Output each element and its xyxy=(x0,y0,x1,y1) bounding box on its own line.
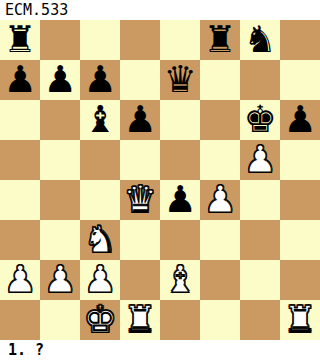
square-h3[interactable] xyxy=(280,220,320,260)
square-c1[interactable]: ♚ xyxy=(80,300,120,340)
piece-white-rook: ♜ xyxy=(123,301,156,338)
move-prompt: 1. ? xyxy=(0,340,320,360)
square-c3[interactable]: ♞ xyxy=(80,220,120,260)
square-e8[interactable] xyxy=(160,20,200,60)
chess-app-window: ECM.533 ♜♜♞♟♟♟♛♝♟♚♟♟♛♟♟♞♟♟♟♝♚♜♜ 1. ? xyxy=(0,0,320,360)
piece-white-rook: ♜ xyxy=(283,301,316,338)
square-d3[interactable] xyxy=(120,220,160,260)
square-b3[interactable] xyxy=(40,220,80,260)
square-c5[interactable] xyxy=(80,140,120,180)
square-d4[interactable]: ♛ xyxy=(120,180,160,220)
square-b7[interactable]: ♟ xyxy=(40,60,80,100)
piece-black-king: ♚ xyxy=(243,101,276,138)
square-h1[interactable]: ♜ xyxy=(280,300,320,340)
square-f2[interactable] xyxy=(200,260,240,300)
piece-black-pawn: ♟ xyxy=(43,61,76,98)
square-e2[interactable]: ♝ xyxy=(160,260,200,300)
piece-black-pawn: ♟ xyxy=(283,101,316,138)
piece-black-rook: ♜ xyxy=(3,21,36,58)
square-d8[interactable] xyxy=(120,20,160,60)
square-e7[interactable]: ♛ xyxy=(160,60,200,100)
square-c2[interactable]: ♟ xyxy=(80,260,120,300)
square-h5[interactable] xyxy=(280,140,320,180)
square-h7[interactable] xyxy=(280,60,320,100)
square-g3[interactable] xyxy=(240,220,280,260)
piece-black-pawn: ♟ xyxy=(3,61,36,98)
square-h4[interactable] xyxy=(280,180,320,220)
square-g4[interactable] xyxy=(240,180,280,220)
square-a3[interactable] xyxy=(0,220,40,260)
square-a6[interactable] xyxy=(0,100,40,140)
square-c8[interactable] xyxy=(80,20,120,60)
square-c6[interactable]: ♝ xyxy=(80,100,120,140)
square-b2[interactable]: ♟ xyxy=(40,260,80,300)
square-c7[interactable]: ♟ xyxy=(80,60,120,100)
square-f4[interactable]: ♟ xyxy=(200,180,240,220)
piece-black-rook: ♜ xyxy=(203,21,236,58)
square-a4[interactable] xyxy=(0,180,40,220)
square-b4[interactable] xyxy=(40,180,80,220)
square-f7[interactable] xyxy=(200,60,240,100)
square-e5[interactable] xyxy=(160,140,200,180)
piece-white-pawn: ♟ xyxy=(243,141,276,178)
square-g1[interactable] xyxy=(240,300,280,340)
square-d1[interactable]: ♜ xyxy=(120,300,160,340)
square-g6[interactable]: ♚ xyxy=(240,100,280,140)
piece-white-pawn: ♟ xyxy=(43,261,76,298)
chess-board: ♜♜♞♟♟♟♛♝♟♚♟♟♛♟♟♞♟♟♟♝♚♜♜ xyxy=(0,20,320,340)
square-h2[interactable] xyxy=(280,260,320,300)
square-e4[interactable]: ♟ xyxy=(160,180,200,220)
square-d2[interactable] xyxy=(120,260,160,300)
square-f1[interactable] xyxy=(200,300,240,340)
square-f6[interactable] xyxy=(200,100,240,140)
square-d7[interactable] xyxy=(120,60,160,100)
square-b6[interactable] xyxy=(40,100,80,140)
piece-white-knight: ♞ xyxy=(83,221,116,258)
piece-black-knight: ♞ xyxy=(243,21,276,58)
square-h8[interactable] xyxy=(280,20,320,60)
square-a2[interactable]: ♟ xyxy=(0,260,40,300)
square-h6[interactable]: ♟ xyxy=(280,100,320,140)
square-e3[interactable] xyxy=(160,220,200,260)
square-b1[interactable] xyxy=(40,300,80,340)
square-e1[interactable] xyxy=(160,300,200,340)
square-b5[interactable] xyxy=(40,140,80,180)
square-f3[interactable] xyxy=(200,220,240,260)
square-a7[interactable]: ♟ xyxy=(0,60,40,100)
square-e6[interactable] xyxy=(160,100,200,140)
square-a1[interactable] xyxy=(0,300,40,340)
square-g7[interactable] xyxy=(240,60,280,100)
piece-white-bishop: ♝ xyxy=(163,261,196,298)
piece-white-pawn: ♟ xyxy=(83,261,116,298)
piece-black-queen: ♛ xyxy=(163,61,196,98)
piece-black-bishop: ♝ xyxy=(83,101,116,138)
square-g2[interactable] xyxy=(240,260,280,300)
square-b8[interactable] xyxy=(40,20,80,60)
square-f8[interactable]: ♜ xyxy=(200,20,240,60)
piece-white-king: ♚ xyxy=(83,301,116,338)
piece-white-queen: ♛ xyxy=(123,181,156,218)
square-g8[interactable]: ♞ xyxy=(240,20,280,60)
square-g5[interactable]: ♟ xyxy=(240,140,280,180)
piece-white-pawn: ♟ xyxy=(203,181,236,218)
piece-white-pawn: ♟ xyxy=(3,261,36,298)
square-d5[interactable] xyxy=(120,140,160,180)
piece-black-pawn: ♟ xyxy=(83,61,116,98)
piece-black-pawn: ♟ xyxy=(163,181,196,218)
square-d6[interactable]: ♟ xyxy=(120,100,160,140)
piece-black-pawn: ♟ xyxy=(123,101,156,138)
square-a5[interactable] xyxy=(0,140,40,180)
square-c4[interactable] xyxy=(80,180,120,220)
square-f5[interactable] xyxy=(200,140,240,180)
square-a8[interactable]: ♜ xyxy=(0,20,40,60)
